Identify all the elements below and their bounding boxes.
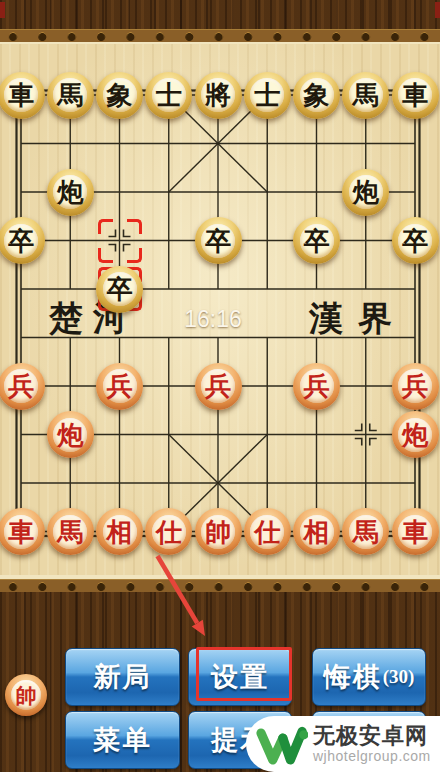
piece-face: 馬 <box>349 78 383 112</box>
piece-black-chariot[interactable]: 車 <box>0 72 45 119</box>
piece-red-soldier[interactable]: 兵 <box>96 363 143 410</box>
piece-character: 兵 <box>8 374 34 400</box>
piece-character: 相 <box>304 520 330 546</box>
piece-character: 車 <box>8 520 34 546</box>
piece-character: 卒 <box>402 229 428 255</box>
piece-black-advisor[interactable]: 士 <box>145 72 192 119</box>
piece-red-cannon[interactable]: 炮 <box>47 411 94 458</box>
piece-face: 卒 <box>4 224 38 258</box>
river-label-right: 漢界 <box>309 296 407 340</box>
piece-red-horse[interactable]: 馬 <box>342 508 389 555</box>
watermark-site-name: 无极安卓网 <box>313 724 431 748</box>
piece-red-advisor[interactable]: 仕 <box>244 508 291 555</box>
piece-character: 車 <box>8 83 34 109</box>
piece-face: 車 <box>4 515 38 549</box>
piece-face: 象 <box>300 78 334 112</box>
piece-character: 相 <box>107 520 133 546</box>
piece-red-soldier[interactable]: 兵 <box>195 363 242 410</box>
piece-face: 卒 <box>398 224 432 258</box>
piece-character: 卒 <box>107 277 133 303</box>
menu-label: 菜单 <box>94 722 152 758</box>
undo-count: (30) <box>383 666 415 688</box>
piece-black-elephant[interactable]: 象 <box>293 72 340 119</box>
piece-red-elephant[interactable]: 相 <box>96 508 143 555</box>
piece-face: 兵 <box>398 369 432 403</box>
piece-character: 車 <box>402 520 428 546</box>
piece-character: 卒 <box>8 229 34 255</box>
piece-face: 兵 <box>300 369 334 403</box>
menu-button[interactable]: 菜单 <box>65 711 180 769</box>
piece-face: 帥 <box>201 515 235 549</box>
piece-character: 卒 <box>304 229 330 255</box>
player-side-piece-face: 帥 <box>11 680 41 710</box>
piece-black-general[interactable]: 將 <box>195 72 242 119</box>
piece-character: 馬 <box>57 83 83 109</box>
piece-face: 炮 <box>349 175 383 209</box>
piece-face: 卒 <box>201 224 235 258</box>
piece-black-soldier[interactable]: 卒 <box>96 266 143 313</box>
piece-face: 仕 <box>152 515 186 549</box>
piece-black-soldier[interactable]: 卒 <box>392 217 439 264</box>
piece-red-chariot[interactable]: 車 <box>0 508 45 555</box>
piece-red-elephant[interactable]: 相 <box>293 508 340 555</box>
piece-character: 馬 <box>353 83 379 109</box>
piece-character: 卒 <box>205 229 231 255</box>
piece-face: 相 <box>103 515 137 549</box>
piece-red-advisor[interactable]: 仕 <box>145 508 192 555</box>
piece-face: 兵 <box>201 369 235 403</box>
piece-character: 將 <box>205 83 231 109</box>
piece-face: 士 <box>250 78 284 112</box>
undo-button[interactable]: 悔棋(30) <box>312 648 426 706</box>
piece-black-soldier[interactable]: 卒 <box>0 217 45 264</box>
piece-face: 炮 <box>398 418 432 452</box>
player-side-piece-char: 帥 <box>16 686 37 707</box>
piece-character: 炮 <box>402 423 428 449</box>
piece-character: 士 <box>156 83 182 109</box>
piece-face: 車 <box>398 78 432 112</box>
right-corner-tab <box>435 2 440 18</box>
piece-character: 兵 <box>107 374 133 400</box>
watermark-site-url: wjhotelgroup.com <box>313 748 431 764</box>
piece-red-soldier[interactable]: 兵 <box>293 363 340 410</box>
game-timer: 16:16 <box>173 306 253 333</box>
piece-face: 馬 <box>53 78 87 112</box>
top-wood-frame <box>0 0 440 30</box>
piece-red-cannon[interactable]: 炮 <box>392 411 439 458</box>
piece-black-advisor[interactable]: 士 <box>244 72 291 119</box>
piece-face: 卒 <box>300 224 334 258</box>
piece-character: 仕 <box>156 520 182 546</box>
piece-black-cannon[interactable]: 炮 <box>342 169 389 216</box>
settings-highlight-box <box>196 647 292 701</box>
piece-character: 馬 <box>57 520 83 546</box>
piece-character: 士 <box>254 83 280 109</box>
piece-black-soldier[interactable]: 卒 <box>293 217 340 264</box>
left-corner-tab <box>0 2 5 18</box>
piece-character: 兵 <box>304 374 330 400</box>
watermark-badge: 无极安卓网 wjhotelgroup.com <box>246 716 440 772</box>
piece-face: 馬 <box>349 515 383 549</box>
piece-red-general[interactable]: 帥 <box>195 508 242 555</box>
watermark-logo-icon <box>256 722 308 766</box>
piece-face: 炮 <box>53 175 87 209</box>
piece-face: 相 <box>300 515 334 549</box>
piece-face: 兵 <box>103 369 137 403</box>
piece-character: 炮 <box>57 180 83 206</box>
piece-face: 炮 <box>53 418 87 452</box>
new-game-label: 新局 <box>94 659 152 695</box>
piece-character: 仕 <box>254 520 280 546</box>
piece-black-horse[interactable]: 馬 <box>342 72 389 119</box>
piece-character: 車 <box>402 83 428 109</box>
piece-black-chariot[interactable]: 車 <box>392 72 439 119</box>
xiangqi-app-screen: 楚河 漢界 16:16 車馬象士將士象馬車炮炮卒卒卒卒卒兵兵兵兵兵炮炮車馬相仕帥… <box>0 0 440 772</box>
piece-face: 卒 <box>103 272 137 306</box>
undo-label: 悔棋 <box>324 659 382 695</box>
piece-black-horse[interactable]: 馬 <box>47 72 94 119</box>
piece-character: 炮 <box>353 180 379 206</box>
piece-red-soldier[interactable]: 兵 <box>0 363 45 410</box>
piece-red-soldier[interactable]: 兵 <box>392 363 439 410</box>
piece-face: 象 <box>103 78 137 112</box>
piece-character: 象 <box>304 83 330 109</box>
piece-red-chariot[interactable]: 車 <box>392 508 439 555</box>
piece-face: 士 <box>152 78 186 112</box>
piece-face: 兵 <box>4 369 38 403</box>
piece-character: 帥 <box>205 520 231 546</box>
piece-face: 將 <box>201 78 235 112</box>
piece-character: 馬 <box>353 520 379 546</box>
piece-face: 仕 <box>250 515 284 549</box>
piece-black-cannon[interactable]: 炮 <box>47 169 94 216</box>
piece-red-horse[interactable]: 馬 <box>47 508 94 555</box>
piece-character: 炮 <box>57 423 83 449</box>
piece-face: 車 <box>398 515 432 549</box>
new-game-button[interactable]: 新局 <box>65 648 180 706</box>
piece-black-soldier[interactable]: 卒 <box>195 217 242 264</box>
player-side-piece: 帥 <box>5 674 47 716</box>
piece-face: 馬 <box>53 515 87 549</box>
piece-black-elephant[interactable]: 象 <box>96 72 143 119</box>
piece-face: 車 <box>4 78 38 112</box>
piece-character: 象 <box>107 83 133 109</box>
piece-character: 兵 <box>402 374 428 400</box>
piece-character: 兵 <box>205 374 231 400</box>
